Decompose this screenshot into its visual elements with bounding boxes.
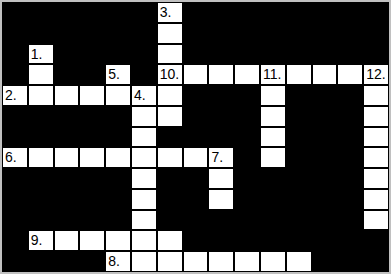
block-r0c8 (208, 2, 234, 23)
block-r2c7 (183, 44, 209, 65)
block-r1c8 (208, 23, 234, 44)
block-r8c12 (312, 168, 338, 189)
cell-r7c8[interactable]: 7. (208, 147, 234, 168)
cell-r5c5[interactable] (131, 106, 157, 127)
block-r4c13 (337, 85, 363, 106)
cell-r3c10[interactable]: 11. (260, 64, 286, 85)
block-r10c11 (286, 210, 312, 231)
block-r1c5 (131, 23, 157, 44)
block-r11c10 (260, 230, 286, 251)
block-r2c2 (54, 44, 80, 65)
cell-r10c5[interactable] (131, 210, 157, 231)
block-r0c0 (2, 2, 28, 23)
cell-r11c1[interactable]: 9. (28, 230, 54, 251)
block-r7c11 (286, 147, 312, 168)
cell-r6c14[interactable] (363, 127, 389, 148)
cell-r7c4[interactable] (105, 147, 131, 168)
block-r6c12 (312, 127, 338, 148)
crossword-board: 3.1.5.10.11.12.2.4.6.7.9.8. (0, 0, 391, 274)
cell-r3c14[interactable]: 12. (363, 64, 389, 85)
cell-r7c5[interactable] (131, 147, 157, 168)
cell-r3c9[interactable] (234, 64, 260, 85)
block-r11c7 (183, 230, 209, 251)
cell-r7c2[interactable] (54, 147, 80, 168)
block-r1c7 (183, 23, 209, 44)
block-r8c3 (79, 168, 105, 189)
block-r2c3 (79, 44, 105, 65)
clue-number: 6. (5, 150, 17, 164)
block-r10c6 (157, 210, 183, 231)
block-r1c9 (234, 23, 260, 44)
cell-r12c7[interactable] (183, 251, 209, 272)
block-r6c6 (157, 127, 183, 148)
block-r8c1 (28, 168, 54, 189)
block-r10c13 (337, 210, 363, 231)
block-r4c7 (183, 85, 209, 106)
cell-r4c4[interactable] (105, 85, 131, 106)
cell-r12c10[interactable] (260, 251, 286, 272)
block-r3c5 (131, 64, 157, 85)
clue-number: 2. (5, 88, 17, 102)
block-r3c0 (2, 64, 28, 85)
block-r3c3 (79, 64, 105, 85)
block-r4c8 (208, 85, 234, 106)
block-r0c9 (234, 2, 260, 23)
cell-r3c12[interactable] (312, 64, 338, 85)
block-r0c2 (54, 2, 80, 23)
cell-r3c1[interactable] (28, 64, 54, 85)
block-r2c5 (131, 44, 157, 65)
block-r11c8 (208, 230, 234, 251)
block-r8c6 (157, 168, 183, 189)
block-r6c8 (208, 127, 234, 148)
cell-r12c5[interactable] (131, 251, 157, 272)
block-r9c3 (79, 189, 105, 210)
cell-r11c5[interactable] (131, 230, 157, 251)
cell-r6c10[interactable] (260, 127, 286, 148)
cell-r5c14[interactable] (363, 106, 389, 127)
cell-r11c4[interactable] (105, 230, 131, 251)
cell-r12c9[interactable] (234, 251, 260, 272)
block-r0c5 (131, 2, 157, 23)
block-r1c14 (363, 23, 389, 44)
cell-r3c13[interactable] (337, 64, 363, 85)
block-r2c11 (286, 44, 312, 65)
block-r6c11 (286, 127, 312, 148)
cell-r4c10[interactable] (260, 85, 286, 106)
clue-number: 10. (160, 67, 179, 81)
cell-r4c14[interactable] (363, 85, 389, 106)
block-r7c12 (312, 147, 338, 168)
cell-r7c7[interactable] (183, 147, 209, 168)
block-r1c4 (105, 23, 131, 44)
block-r5c13 (337, 106, 363, 127)
cell-r9c14[interactable] (363, 189, 389, 210)
cell-r7c6[interactable] (157, 147, 183, 168)
block-r6c0 (2, 127, 28, 148)
block-r5c7 (183, 106, 209, 127)
cell-r2c6[interactable] (157, 44, 183, 65)
block-r12c1 (28, 251, 54, 272)
block-r6c7 (183, 127, 209, 148)
block-r11c13 (337, 230, 363, 251)
block-r9c11 (286, 189, 312, 210)
cell-r3c11[interactable] (286, 64, 312, 85)
block-r8c11 (286, 168, 312, 189)
clue-number: 11. (263, 67, 281, 81)
block-r10c1 (28, 210, 54, 231)
block-r8c9 (234, 168, 260, 189)
block-r5c0 (2, 106, 28, 127)
cell-r3c6[interactable]: 10. (157, 64, 183, 85)
block-r8c13 (337, 168, 363, 189)
cell-r6c5[interactable] (131, 127, 157, 148)
block-r1c1 (28, 23, 54, 44)
block-r8c4 (105, 168, 131, 189)
block-r6c9 (234, 127, 260, 148)
block-r4c11 (286, 85, 312, 106)
block-r0c11 (286, 2, 312, 23)
cell-r8c5[interactable] (131, 168, 157, 189)
block-r1c10 (260, 23, 286, 44)
block-r0c12 (312, 2, 338, 23)
block-r1c3 (79, 23, 105, 44)
block-r10c10 (260, 210, 286, 231)
block-r11c0 (2, 230, 28, 251)
cell-r10c14[interactable] (363, 210, 389, 231)
cell-r7c14[interactable] (363, 147, 389, 168)
block-r5c1 (28, 106, 54, 127)
block-r2c8 (208, 44, 234, 65)
block-r6c2 (54, 127, 80, 148)
block-r9c13 (337, 189, 363, 210)
block-r5c12 (312, 106, 338, 127)
block-r12c14 (363, 251, 389, 272)
block-r12c3 (79, 251, 105, 272)
cell-r4c6[interactable] (157, 85, 183, 106)
block-r11c9 (234, 230, 260, 251)
cell-r4c0[interactable]: 2. (2, 85, 28, 106)
block-r5c9 (234, 106, 260, 127)
cell-r7c0[interactable]: 6. (2, 147, 28, 168)
block-r2c4 (105, 44, 131, 65)
block-r6c13 (337, 127, 363, 148)
block-r8c0 (2, 168, 28, 189)
block-r10c8 (208, 210, 234, 231)
block-r0c4 (105, 2, 131, 23)
block-r6c1 (28, 127, 54, 148)
block-r12c13 (337, 251, 363, 272)
clue-number: 1. (31, 47, 43, 61)
cell-r12c11[interactable] (286, 251, 312, 272)
block-r8c10 (260, 168, 286, 189)
block-r12c2 (54, 251, 80, 272)
block-r8c2 (54, 168, 80, 189)
clue-number: 4. (134, 88, 146, 102)
block-r5c11 (286, 106, 312, 127)
block-r2c0 (2, 44, 28, 65)
block-r0c10 (260, 2, 286, 23)
block-r10c0 (2, 210, 28, 231)
block-r0c7 (183, 2, 209, 23)
cell-r5c6[interactable] (157, 106, 183, 127)
block-r2c10 (260, 44, 286, 65)
block-r1c11 (286, 23, 312, 44)
block-r10c7 (183, 210, 209, 231)
block-r1c12 (312, 23, 338, 44)
cell-r7c1[interactable] (28, 147, 54, 168)
cell-r3c8[interactable] (208, 64, 234, 85)
cell-r4c1[interactable] (28, 85, 54, 106)
clue-number: 12. (366, 67, 385, 81)
block-r7c13 (337, 147, 363, 168)
block-r1c13 (337, 23, 363, 44)
cell-r7c10[interactable] (260, 147, 286, 168)
block-r0c13 (337, 2, 363, 23)
block-r11c12 (312, 230, 338, 251)
cell-r8c14[interactable] (363, 168, 389, 189)
block-r10c9 (234, 210, 260, 231)
block-r10c12 (312, 210, 338, 231)
block-r9c0 (2, 189, 28, 210)
block-r7c9 (234, 147, 260, 168)
cell-r5c10[interactable] (260, 106, 286, 127)
block-r6c4 (105, 127, 131, 148)
cell-r4c3[interactable] (79, 85, 105, 106)
cell-r9c5[interactable] (131, 189, 157, 210)
clue-number: 8. (108, 254, 120, 268)
block-r9c7 (183, 189, 209, 210)
block-r9c6 (157, 189, 183, 210)
block-r5c8 (208, 106, 234, 127)
block-r12c0 (2, 251, 28, 272)
block-r4c9 (234, 85, 260, 106)
block-r0c1 (28, 2, 54, 23)
block-r1c0 (2, 23, 28, 44)
block-r10c3 (79, 210, 105, 231)
block-r5c2 (54, 106, 80, 127)
block-r12c12 (312, 251, 338, 272)
block-r3c2 (54, 64, 80, 85)
block-r0c14 (363, 2, 389, 23)
block-r1c2 (54, 23, 80, 44)
block-r9c1 (28, 189, 54, 210)
cell-r3c7[interactable] (183, 64, 209, 85)
block-r9c4 (105, 189, 131, 210)
block-r11c14 (363, 230, 389, 251)
block-r9c12 (312, 189, 338, 210)
cell-r4c2[interactable] (54, 85, 80, 106)
block-r10c4 (105, 210, 131, 231)
cell-r11c3[interactable] (79, 230, 105, 251)
block-r5c3 (79, 106, 105, 127)
block-r10c2 (54, 210, 80, 231)
clue-number: 9. (31, 233, 43, 247)
cell-r12c6[interactable] (157, 251, 183, 272)
block-r0c3 (79, 2, 105, 23)
cell-r11c6[interactable] (157, 230, 183, 251)
block-r5c4 (105, 106, 131, 127)
block-r8c7 (183, 168, 209, 189)
cell-r11c2[interactable] (54, 230, 80, 251)
block-r2c13 (337, 44, 363, 65)
block-r9c9 (234, 189, 260, 210)
block-r9c10 (260, 189, 286, 210)
block-r11c11 (286, 230, 312, 251)
block-r2c9 (234, 44, 260, 65)
block-r2c12 (312, 44, 338, 65)
cell-r9c8[interactable] (208, 189, 234, 210)
clue-number: 3. (160, 5, 172, 19)
cell-r0c6[interactable]: 3. (157, 2, 183, 23)
block-r2c14 (363, 44, 389, 65)
cell-r1c6[interactable] (157, 23, 183, 44)
block-r4c12 (312, 85, 338, 106)
cell-r12c4[interactable]: 8. (105, 251, 131, 272)
block-r9c2 (54, 189, 80, 210)
cell-r7c3[interactable] (79, 147, 105, 168)
block-r6c3 (79, 127, 105, 148)
clue-number: 7. (211, 150, 223, 164)
cell-r4c5[interactable]: 4. (131, 85, 157, 106)
cell-r12c8[interactable] (208, 251, 234, 272)
clue-number: 5. (108, 67, 120, 81)
cell-r8c8[interactable] (208, 168, 234, 189)
cell-r2c1[interactable]: 1. (28, 44, 54, 65)
cell-r3c4[interactable]: 5. (105, 64, 131, 85)
